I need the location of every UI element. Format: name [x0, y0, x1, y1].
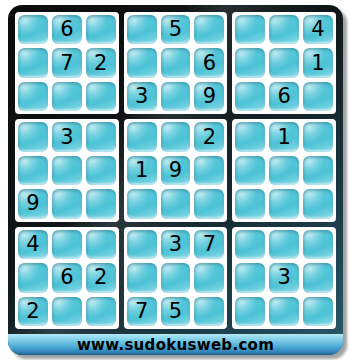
- cell-r4-c5[interactable]: [161, 122, 191, 151]
- cell-r1-c8[interactable]: [269, 15, 299, 44]
- cell-r4-c9[interactable]: [303, 122, 333, 151]
- cell-r9-c5[interactable]: 5: [161, 297, 191, 326]
- cell-r6-c2[interactable]: [52, 189, 82, 218]
- cell-r5-c4[interactable]: 1: [127, 156, 157, 185]
- cell-r9-c2[interactable]: [52, 297, 82, 326]
- cell-r8-c5[interactable]: [161, 263, 191, 292]
- cell-r3-c4[interactable]: 3: [127, 82, 157, 111]
- cell-r4-c1[interactable]: [18, 122, 48, 151]
- cell-r5-c2[interactable]: [52, 156, 82, 185]
- cell-r5-c9[interactable]: [303, 156, 333, 185]
- cell-r3-c2[interactable]: [52, 82, 82, 111]
- cell-r6-c3[interactable]: [86, 189, 116, 218]
- cell-r2-c2[interactable]: 7: [52, 48, 82, 77]
- cell-r7-c9[interactable]: [303, 230, 333, 259]
- cell-r6-c7[interactable]: [235, 189, 265, 218]
- cell-r8-c6[interactable]: [194, 263, 224, 292]
- cell-r2-c9[interactable]: 1: [303, 48, 333, 77]
- box-3: 416: [232, 12, 336, 114]
- cell-r8-c8[interactable]: 3: [269, 263, 299, 292]
- cell-r3-c1[interactable]: [18, 82, 48, 111]
- cell-r1-c5[interactable]: 5: [161, 15, 191, 44]
- cell-r2-c8[interactable]: [269, 48, 299, 77]
- cell-r9-c3[interactable]: [86, 297, 116, 326]
- cell-r7-c8[interactable]: [269, 230, 299, 259]
- cell-r5-c5[interactable]: 9: [161, 156, 191, 185]
- footer-band: www.sudokusweb.com: [8, 334, 343, 355]
- cell-r7-c6[interactable]: 7: [194, 230, 224, 259]
- cell-r3-c7[interactable]: [235, 82, 265, 111]
- cell-r6-c8[interactable]: [269, 189, 299, 218]
- box-8: 3775: [124, 227, 228, 329]
- cell-r4-c4[interactable]: [127, 122, 157, 151]
- cell-r4-c3[interactable]: [86, 122, 116, 151]
- page: 6725639416392191462237753 www.sudokusweb…: [0, 0, 350, 360]
- cell-r2-c5[interactable]: [161, 48, 191, 77]
- box-5: 219: [124, 119, 228, 221]
- cell-r4-c6[interactable]: 2: [194, 122, 224, 151]
- cell-r5-c8[interactable]: [269, 156, 299, 185]
- cell-r2-c3[interactable]: 2: [86, 48, 116, 77]
- cell-r7-c1[interactable]: 4: [18, 230, 48, 259]
- cell-r1-c2[interactable]: 6: [52, 15, 82, 44]
- cell-r2-c6[interactable]: 6: [194, 48, 224, 77]
- cell-r1-c1[interactable]: [18, 15, 48, 44]
- cell-r2-c1[interactable]: [18, 48, 48, 77]
- box-4: 39: [15, 119, 119, 221]
- cell-r9-c9[interactable]: [303, 297, 333, 326]
- box-7: 4622: [15, 227, 119, 329]
- cell-r6-c6[interactable]: [194, 189, 224, 218]
- cell-r1-c6[interactable]: [194, 15, 224, 44]
- cell-r6-c1[interactable]: 9: [18, 189, 48, 218]
- cell-r6-c4[interactable]: [127, 189, 157, 218]
- cell-r8-c4[interactable]: [127, 263, 157, 292]
- cell-r9-c4[interactable]: 7: [127, 297, 157, 326]
- cell-r7-c4[interactable]: [127, 230, 157, 259]
- cell-r8-c9[interactable]: [303, 263, 333, 292]
- cell-r5-c1[interactable]: [18, 156, 48, 185]
- box-9: 3: [232, 227, 336, 329]
- box-6: 1: [232, 119, 336, 221]
- cell-r8-c1[interactable]: [18, 263, 48, 292]
- cell-r3-c9[interactable]: [303, 82, 333, 111]
- cell-r7-c3[interactable]: [86, 230, 116, 259]
- cell-r1-c4[interactable]: [127, 15, 157, 44]
- cell-r6-c9[interactable]: [303, 189, 333, 218]
- cell-r8-c3[interactable]: 2: [86, 263, 116, 292]
- cell-r9-c7[interactable]: [235, 297, 265, 326]
- cell-r5-c3[interactable]: [86, 156, 116, 185]
- cell-r7-c7[interactable]: [235, 230, 265, 259]
- box-1: 672: [15, 12, 119, 114]
- cell-r6-c5[interactable]: [161, 189, 191, 218]
- cell-r9-c6[interactable]: [194, 297, 224, 326]
- cell-r5-c6[interactable]: [194, 156, 224, 185]
- cell-r3-c5[interactable]: [161, 82, 191, 111]
- cell-r3-c6[interactable]: 9: [194, 82, 224, 111]
- cell-r3-c3[interactable]: [86, 82, 116, 111]
- cell-r1-c9[interactable]: 4: [303, 15, 333, 44]
- cell-r5-c7[interactable]: [235, 156, 265, 185]
- sudoku-board: 6725639416392191462237753 www.sudokusweb…: [8, 5, 343, 355]
- cell-r8-c7[interactable]: [235, 263, 265, 292]
- box-2: 5639: [124, 12, 228, 114]
- cell-r4-c7[interactable]: [235, 122, 265, 151]
- cell-r9-c8[interactable]: [269, 297, 299, 326]
- cell-r1-c7[interactable]: [235, 15, 265, 44]
- cell-r2-c4[interactable]: [127, 48, 157, 77]
- cell-r4-c2[interactable]: 3: [52, 122, 82, 151]
- cell-r4-c8[interactable]: 1: [269, 122, 299, 151]
- cell-r1-c3[interactable]: [86, 15, 116, 44]
- site-url-label: www.sudokusweb.com: [77, 336, 274, 354]
- cell-r3-c8[interactable]: 6: [269, 82, 299, 111]
- cell-r7-c5[interactable]: 3: [161, 230, 191, 259]
- cell-r9-c1[interactable]: 2: [18, 297, 48, 326]
- cell-r7-c2[interactable]: [52, 230, 82, 259]
- cell-r8-c2[interactable]: 6: [52, 263, 82, 292]
- cell-r2-c7[interactable]: [235, 48, 265, 77]
- sudoku-grid: 6725639416392191462237753: [8, 5, 343, 329]
